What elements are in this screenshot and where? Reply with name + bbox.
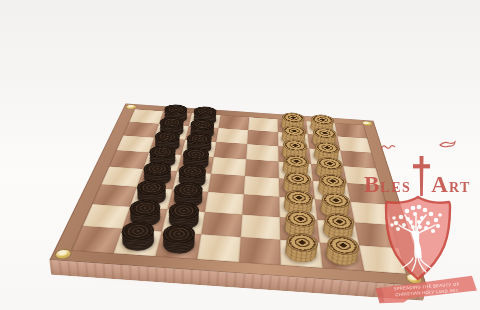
brand-les: LES bbox=[380, 181, 411, 195]
brass-corner-fitting bbox=[362, 121, 372, 126]
square bbox=[205, 192, 244, 215]
light-checker-piece bbox=[325, 246, 359, 268]
brand-initial-a: A bbox=[431, 173, 449, 196]
blesart-watermark: BLESART bbox=[358, 148, 480, 310]
square bbox=[239, 237, 281, 265]
brand-rt: RT bbox=[449, 181, 471, 195]
blesart-wordmark: BLESART bbox=[364, 152, 471, 196]
brass-corner-fitting bbox=[54, 249, 72, 258]
tagline-banner: SPREADING THE BEAUTY OF CHRISTIAN HOLY L… bbox=[373, 274, 479, 310]
dark-checker-piece bbox=[161, 235, 196, 256]
square bbox=[244, 176, 280, 197]
square bbox=[208, 174, 245, 195]
dark-checker-piece bbox=[120, 232, 157, 253]
square bbox=[242, 194, 279, 217]
flourish-icon bbox=[380, 143, 396, 152]
square bbox=[241, 215, 280, 240]
shield-emblem bbox=[382, 194, 454, 288]
light-checker-piece bbox=[285, 243, 317, 265]
brand-initial-b: B bbox=[364, 173, 380, 196]
square bbox=[201, 212, 242, 237]
ribbon-doodle-icon bbox=[439, 140, 457, 150]
square bbox=[197, 234, 241, 262]
product-photo-stage: BLESART bbox=[0, 0, 480, 310]
